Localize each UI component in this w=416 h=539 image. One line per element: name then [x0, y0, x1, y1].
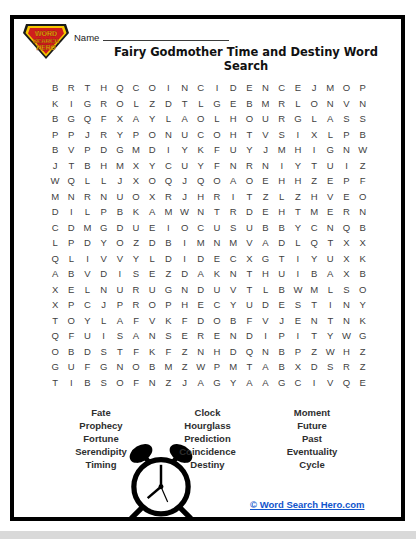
grid-cell-r3c11: L [209, 111, 225, 127]
grid-cell-r14c5: U [112, 282, 128, 298]
grid-cell-r15c5: P [112, 297, 128, 313]
grid-cell-r17c16: I [290, 328, 306, 344]
grid-cell-r3c14: U [257, 111, 273, 127]
grid-cell-r9c13: D [241, 204, 257, 220]
grid-cell-r8c18: V [322, 189, 338, 205]
grid-cell-r19c15: B [274, 359, 290, 375]
grid-cell-r10c18: N [322, 220, 338, 236]
grid-cell-r8c19: E [338, 189, 354, 205]
grid-cell-r10c9: O [177, 220, 193, 236]
grid-cell-r19c8: M [160, 359, 176, 375]
grid-cell-r5c6: M [128, 142, 144, 158]
grid-cell-r11c3: D [79, 235, 95, 251]
grid-cell-r13c1: A [47, 266, 63, 282]
grid-cell-r20c1: T [47, 375, 63, 391]
word-item: Hourglass [160, 419, 255, 432]
grid-cell-r1c20: P [355, 80, 371, 96]
grid-cell-r20c2: I [63, 375, 79, 391]
grid-cell-r1c12: D [225, 80, 241, 96]
grid-cell-r7c12: A [225, 173, 241, 189]
grid-cell-r14c13: T [241, 282, 257, 298]
grid-cell-r9c8: M [160, 204, 176, 220]
grid-cell-r20c20: E [355, 375, 371, 391]
grid-cell-r12c20: K [355, 251, 371, 267]
grid-cell-r9c7: A [144, 204, 160, 220]
grid-cell-r20c15: G [274, 375, 290, 391]
grid-cell-r7c4: L [96, 173, 112, 189]
grid-cell-r10c16: Y [290, 220, 306, 236]
grid-cell-r12c7: L [144, 251, 160, 267]
grid-cell-r19c18: S [322, 359, 338, 375]
grid-cell-r9c1: D [47, 204, 63, 220]
grid-cell-r17c5: S [112, 328, 128, 344]
grid-cell-r11c9: I [177, 235, 193, 251]
grid-cell-r16c8: K [160, 313, 176, 329]
grid-cell-r12c15: T [274, 251, 290, 267]
grid-cell-r14c11: U [209, 282, 225, 298]
grid-cell-r3c7: Y [144, 111, 160, 127]
grid-cell-r16c18: T [322, 313, 338, 329]
grid-cell-r19c20: Z [355, 359, 371, 375]
grid-cell-r7c7: O [144, 173, 160, 189]
grid-cell-r11c17: Q [306, 235, 322, 251]
grid-cell-r14c9: N [177, 282, 193, 298]
grid-cell-r16c6: F [128, 313, 144, 329]
grid-cell-r13c6: S [128, 266, 144, 282]
grid-cell-r18c12: D [225, 344, 241, 360]
logo-line-3: HERO [36, 44, 55, 51]
footer-credit-link[interactable]: © Word Search Hero.com [250, 499, 380, 510]
worksheet-page: WORD SEARCH HERO Name Fairy Godmother Ti… [0, 0, 416, 539]
grid-cell-r5c16: H [290, 142, 306, 158]
grid-cell-r1c5: Q [112, 80, 128, 96]
grid-cell-r12c10: D [193, 251, 209, 267]
grid-cell-r2c17: O [306, 96, 322, 112]
grid-cell-r20c10: A [193, 375, 209, 391]
grid-cell-r18c20: Z [355, 344, 371, 360]
grid-cell-r20c6: F [128, 375, 144, 391]
grid-cell-r4c16: I [290, 127, 306, 143]
grid-cell-r18c10: N [193, 344, 209, 360]
grid-cell-r2c14: M [257, 96, 273, 112]
grid-cell-r2c16: L [290, 96, 306, 112]
grid-cell-r3c19: S [338, 111, 354, 127]
grid-cell-r13c20: B [355, 266, 371, 282]
grid-cell-r16c17: N [306, 313, 322, 329]
grid-cell-r11c7: D [144, 235, 160, 251]
grid-cell-r15c4: J [96, 297, 112, 313]
grid-cell-r6c13: R [241, 158, 257, 174]
grid-cell-r19c19: R [338, 359, 354, 375]
grid-cell-r15c19: N [338, 297, 354, 313]
grid-cell-r17c15: P [274, 328, 290, 344]
grid-cell-r19c3: F [79, 359, 95, 375]
grid-cell-r16c14: V [257, 313, 273, 329]
grid-cell-r14c20: O [355, 282, 371, 298]
grid-cell-r7c18: E [322, 173, 338, 189]
grid-cell-r17c9: E [177, 328, 193, 344]
grid-cell-r19c14: A [257, 359, 273, 375]
grid-cell-r4c8: N [160, 127, 176, 143]
grid-cell-r9c18: E [322, 204, 338, 220]
grid-cell-r14c1: X [47, 282, 63, 298]
grid-cell-r3c15: R [274, 111, 290, 127]
grid-cell-r16c2: O [63, 313, 79, 329]
grid-cell-r11c18: T [322, 235, 338, 251]
grid-cell-r1c15: C [274, 80, 290, 96]
grid-cell-r4c18: L [322, 127, 338, 143]
grid-cell-r16c20: K [355, 313, 371, 329]
grid-cell-r5c10: K [193, 142, 209, 158]
grid-cell-r5c3: P [79, 142, 95, 158]
grid-cell-r11c8: B [160, 235, 176, 251]
grid-cell-r4c2: P [63, 127, 79, 143]
grid-cell-r5c2: V [63, 142, 79, 158]
grid-cell-r17c1: Q [47, 328, 63, 344]
grid-cell-r8c3: R [79, 189, 95, 205]
grid-cell-r9c10: N [193, 204, 209, 220]
grid-cell-r15c3: C [79, 297, 95, 313]
grid-cell-r7c5: J [112, 173, 128, 189]
grid-cell-r19c6: O [128, 359, 144, 375]
grid-cell-r12c5: V [112, 251, 128, 267]
grid-cell-r7c10: Q [193, 173, 209, 189]
grid-cell-r7c6: X [128, 173, 144, 189]
word-item: Destiny [160, 458, 255, 471]
grid-cell-r2c2: I [63, 96, 79, 112]
grid-cell-r1c1: B [47, 80, 63, 96]
grid-cell-r11c16: L [290, 235, 306, 251]
grid-cell-r6c17: T [306, 158, 322, 174]
grid-cell-r3c3: Q [79, 111, 95, 127]
word-list-col-3: MomentFuturePastEventualityCycle [262, 406, 362, 471]
grid-cell-r15c14: D [257, 297, 273, 313]
grid-cell-r14c14: L [257, 282, 273, 298]
grid-cell-r5c9: Y [177, 142, 193, 158]
grid-cell-r20c16: C [290, 375, 306, 391]
grid-cell-r13c14: H [257, 266, 273, 282]
grid-cell-r13c16: I [290, 266, 306, 282]
grid-cell-r14c7: U [144, 282, 160, 298]
grid-cell-r12c17: Y [306, 251, 322, 267]
grid-cell-r18c7: K [144, 344, 160, 360]
grid-cell-r1c14: N [257, 80, 273, 96]
grid-cell-r13c17: B [306, 266, 322, 282]
grid-cell-r16c15: J [274, 313, 290, 329]
grid-cell-r8c7: X [144, 189, 160, 205]
grid-cell-r2c10: L [193, 96, 209, 112]
grid-cell-r14c2: E [63, 282, 79, 298]
grid-cell-r12c19: X [338, 251, 354, 267]
grid-cell-r15c20: Y [355, 297, 371, 313]
grid-cell-r9c11: T [209, 204, 225, 220]
grid-cell-r1c17: J [306, 80, 322, 96]
grid-cell-r14c17: M [306, 282, 322, 298]
grid-cell-r2c4: R [96, 96, 112, 112]
grid-cell-r4c9: U [177, 127, 193, 143]
grid-cell-r9c14: E [257, 204, 273, 220]
grid-cell-r13c8: Z [160, 266, 176, 282]
grid-cell-r20c11: G [209, 375, 225, 391]
grid-cell-r19c17: D [306, 359, 322, 375]
grid-cell-r15c16: S [290, 297, 306, 313]
grid-cell-r11c4: Y [96, 235, 112, 251]
word-item: Future [262, 419, 362, 432]
grid-cell-r20c8: Z [160, 375, 176, 391]
grid-cell-r12c4: V [96, 251, 112, 267]
grid-cell-r16c4: L [96, 313, 112, 329]
grid-cell-r1c6: C [128, 80, 144, 96]
grid-cell-r2c20: N [355, 96, 371, 112]
grid-cell-r15c2: P [63, 297, 79, 313]
grid-cell-r18c18: W [322, 344, 338, 360]
grid-cell-r11c11: N [209, 235, 225, 251]
grid-cell-r19c5: N [112, 359, 128, 375]
grid-cell-r13c12: N [225, 266, 241, 282]
word-item: Fate [55, 406, 147, 419]
grid-cell-r7c1: W [47, 173, 63, 189]
grid-cell-r12c18: U [322, 251, 338, 267]
grid-cell-r12c12: C [225, 251, 241, 267]
grid-cell-r5c18: G [322, 142, 338, 158]
grid-cell-r6c6: X [128, 158, 144, 174]
grid-cell-r11c6: Z [128, 235, 144, 251]
grid-cell-r10c6: U [128, 220, 144, 236]
grid-cell-r10c3: M [79, 220, 95, 236]
grid-cell-r13c11: K [209, 266, 225, 282]
grid-cell-r8c16: Z [290, 189, 306, 205]
grid-cell-r6c12: N [225, 158, 241, 174]
word-item: Prophecy [55, 419, 147, 432]
grid-cell-r15c11: C [209, 297, 225, 313]
grid-cell-r7c19: P [338, 173, 354, 189]
grid-cell-r6c4: H [96, 158, 112, 174]
grid-cell-r1c13: E [241, 80, 257, 96]
grid-cell-r12c8: D [160, 251, 176, 267]
grid-cell-r9c2: I [63, 204, 79, 220]
grid-cell-r20c13: A [241, 375, 257, 391]
grid-cell-r8c1: M [47, 189, 63, 205]
grid-cell-r10c17: C [306, 220, 322, 236]
grid-cell-r19c12: M [225, 359, 241, 375]
grid-cell-r4c12: H [225, 127, 241, 143]
grid-cell-r15c6: R [128, 297, 144, 313]
grid-cell-r15c13: U [241, 297, 257, 313]
grid-cell-r15c17: T [306, 297, 322, 313]
word-item: Prediction [160, 432, 255, 445]
grid-cell-r4c5: Y [112, 127, 128, 143]
grid-cell-r16c12: B [225, 313, 241, 329]
grid-cell-r5c1: B [47, 142, 63, 158]
grid-cell-r5c11: F [209, 142, 225, 158]
grid-cell-r11c1: L [47, 235, 63, 251]
grid-cell-r1c10: C [193, 80, 209, 96]
grid-cell-r7c14: E [257, 173, 273, 189]
grid-cell-r13c19: X [338, 266, 354, 282]
grid-cell-r16c13: F [241, 313, 257, 329]
grid-cell-r13c15: U [274, 266, 290, 282]
grid-cell-r10c15: B [274, 220, 290, 236]
logo-line-2: SEARCH [33, 37, 60, 44]
grid-cell-r17c18: Y [322, 328, 338, 344]
grid-cell-r6c18: U [322, 158, 338, 174]
grid-cell-r7c20: F [355, 173, 371, 189]
grid-cell-r4c15: S [274, 127, 290, 143]
grid-cell-r16c11: O [209, 313, 225, 329]
grid-cell-r12c2: L [63, 251, 79, 267]
grid-cell-r17c11: E [209, 328, 225, 344]
grid-cell-r12c3: I [79, 251, 95, 267]
grid-cell-r20c3: B [79, 375, 95, 391]
grid-cell-r18c8: F [160, 344, 176, 360]
grid-cell-r10c13: U [241, 220, 257, 236]
grid-cell-r13c5: I [112, 266, 128, 282]
grid-cell-r8c14: Z [257, 189, 273, 205]
grid-cell-r18c6: F [128, 344, 144, 360]
grid-cell-r8c12: I [225, 189, 241, 205]
grid-cell-r17c17: T [306, 328, 322, 344]
grid-cell-r3c10: O [193, 111, 209, 127]
grid-cell-r10c2: D [63, 220, 79, 236]
grid-cell-r2c19: V [338, 96, 354, 112]
grid-cell-r3c5: X [112, 111, 128, 127]
grid-cell-r4c17: X [306, 127, 322, 143]
grid-cell-r18c15: B [274, 344, 290, 360]
grid-cell-r1c8: I [160, 80, 176, 96]
grid-cell-r3c17: L [306, 111, 322, 127]
page-title: Fairy Godmother Time and Destiny Word Se… [96, 45, 396, 73]
grid-cell-r15c18: I [322, 297, 338, 313]
grid-cell-r6c15: I [274, 158, 290, 174]
word-list-col-1: FateProphecyFortuneSerendipityTiming [55, 406, 147, 471]
grid-cell-r5c8: I [160, 142, 176, 158]
word-item: Serendipity [55, 445, 147, 458]
grid-cell-r4c1: P [47, 127, 63, 143]
grid-cell-r2c5: O [112, 96, 128, 112]
grid-cell-r9c4: P [96, 204, 112, 220]
grid-cell-r5c4: D [96, 142, 112, 158]
grid-cell-r19c9: Z [177, 359, 193, 375]
grid-cell-r1c3: T [79, 80, 95, 96]
grid-cell-r3c9: A [177, 111, 193, 127]
grid-cell-r15c10: E [193, 297, 209, 313]
grid-cell-r6c10: Y [193, 158, 209, 174]
grid-cell-r18c5: T [112, 344, 128, 360]
grid-cell-r8c13: T [241, 189, 257, 205]
grid-cell-r17c2: F [63, 328, 79, 344]
grid-cell-r14c4: N [96, 282, 112, 298]
grid-cell-r9c19: R [338, 204, 354, 220]
grid-cell-r7c16: H [290, 173, 306, 189]
grid-cell-r2c18: N [322, 96, 338, 112]
grid-cell-r13c2: B [63, 266, 79, 282]
grid-cell-r18c17: Z [306, 344, 322, 360]
grid-cell-r9c12: R [225, 204, 241, 220]
grid-cell-r6c11: F [209, 158, 225, 174]
grid-cell-r18c4: S [96, 344, 112, 360]
grid-cell-r3c2: G [63, 111, 79, 127]
grid-cell-r9c6: K [128, 204, 144, 220]
grid-cell-r5c12: U [225, 142, 241, 158]
grid-cell-r1c7: O [144, 80, 160, 96]
grid-cell-r16c7: V [144, 313, 160, 329]
grid-cell-r18c19: H [338, 344, 354, 360]
grid-cell-r5c14: J [257, 142, 273, 158]
grid-cell-r11c15: D [274, 235, 290, 251]
grid-cell-r10c1: C [47, 220, 63, 236]
grid-cell-r17c13: D [241, 328, 257, 344]
grid-cell-r11c19: X [338, 235, 354, 251]
grid-cell-r8c11: R [209, 189, 225, 205]
grid-cell-r8c2: N [63, 189, 79, 205]
grid-cell-r4c6: P [128, 127, 144, 143]
grid-cell-r11c14: A [257, 235, 273, 251]
grid-cell-r4c19: P [338, 127, 354, 143]
grid-cell-r14c12: V [225, 282, 241, 298]
grid-cell-r18c13: Q [241, 344, 257, 360]
grid-cell-r13c10: A [193, 266, 209, 282]
grid-cell-r12c11: E [209, 251, 225, 267]
grid-cell-r18c3: D [79, 344, 95, 360]
grid-cell-r17c10: R [193, 328, 209, 344]
grid-cell-r9c3: L [79, 204, 95, 220]
word-item: Past [262, 432, 362, 445]
grid-cell-r19c1: G [47, 359, 63, 375]
grid-cell-r9c9: W [177, 204, 193, 220]
grid-cell-r2c12: E [225, 96, 241, 112]
grid-cell-r8c20: O [355, 189, 371, 205]
grid-cell-r20c14: A [257, 375, 273, 391]
grid-cell-r3c8: L [160, 111, 176, 127]
grid-cell-r4c13: T [241, 127, 257, 143]
grid-cell-r1c2: R [63, 80, 79, 96]
grid-cell-r7c3: L [79, 173, 95, 189]
grid-cell-r7c13: O [241, 173, 257, 189]
grid-cell-r14c3: L [79, 282, 95, 298]
grid-cell-r9c20: N [355, 204, 371, 220]
grid-cell-r2c15: R [274, 96, 290, 112]
grid-cell-r6c9: U [177, 158, 193, 174]
grid-cell-r17c19: W [338, 328, 354, 344]
word-item: Cycle [262, 458, 362, 471]
grid-cell-r2c11: G [209, 96, 225, 112]
logo-line-1: WORD [35, 30, 57, 37]
grid-cell-r16c5: A [112, 313, 128, 329]
grid-cell-r4c7: O [144, 127, 160, 143]
grid-cell-r12c13: X [241, 251, 257, 267]
grid-cell-r5c13: Y [241, 142, 257, 158]
grid-cell-r13c4: D [96, 266, 112, 282]
grid-cell-r4c10: C [193, 127, 209, 143]
grid-cell-r11c12: M [225, 235, 241, 251]
grid-cell-r9c5: B [112, 204, 128, 220]
grid-cell-r3c6: A [128, 111, 144, 127]
grid-cell-r20c5: O [112, 375, 128, 391]
grid-cell-r7c9: J [177, 173, 193, 189]
grid-cell-r14c18: L [322, 282, 338, 298]
grid-cell-r12c9: I [177, 251, 193, 267]
grid-cell-r8c9: J [177, 189, 193, 205]
grid-cell-r4c3: J [79, 127, 95, 143]
grid-cell-r1c4: H [96, 80, 112, 96]
word-item: Timing [55, 458, 147, 471]
grid-cell-r20c12: Y [225, 375, 241, 391]
grid-cell-r7c17: Z [306, 173, 322, 189]
grid-cell-r16c16: E [290, 313, 306, 329]
grid-cell-r18c16: P [290, 344, 306, 360]
grid-cell-r6c14: N [257, 158, 273, 174]
grid-cell-r2c13: B [241, 96, 257, 112]
